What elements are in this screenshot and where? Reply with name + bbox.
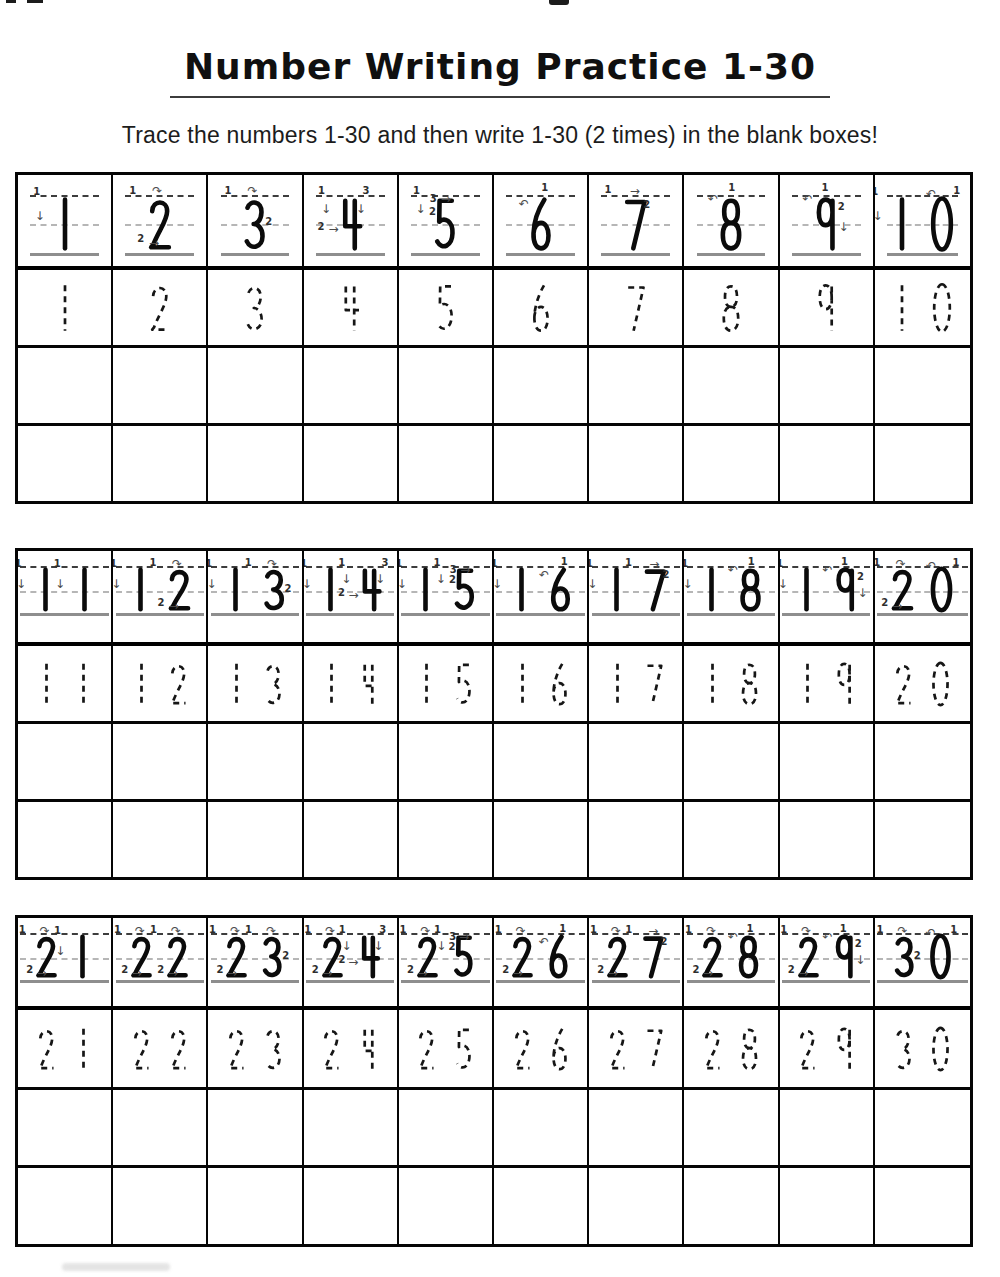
trace-cell-22 <box>113 1010 208 1090</box>
trace-number-30 <box>875 1010 970 1087</box>
digit-1-solid: 1↓ <box>124 566 157 613</box>
example-number-20: 1↷2→1↶ <box>875 566 970 613</box>
stroke-number-label: 2 <box>643 200 650 210</box>
stroke-number-label: 1 <box>304 559 308 569</box>
digit-2-trace <box>33 1025 60 1073</box>
example-cell-23: 1↷2→1↷2 <box>208 918 303 1010</box>
blank-write-cell <box>494 802 589 877</box>
digit-1-trace <box>128 660 155 708</box>
digit-2-solid: 1↷2→ <box>507 933 538 980</box>
blank-write-cell <box>494 724 589 802</box>
guide-baseline <box>687 613 776 616</box>
trace-cell-2 <box>113 270 208 348</box>
stroke-arrow-icon: ↷ <box>135 925 145 937</box>
trace-cell-27 <box>589 1010 684 1090</box>
blank-write-cell <box>589 802 684 877</box>
guide-baseline <box>306 980 395 983</box>
stroke-number-label: 1 <box>841 557 848 567</box>
digit-1-trace <box>413 660 440 708</box>
digit-7-solid: 1→2 <box>639 566 672 613</box>
stroke-arrow-icon: ↓ <box>35 210 45 222</box>
stroke-arrow-icon: ↓ <box>838 221 848 233</box>
stroke-number-label: 1 <box>840 924 847 934</box>
example-number-16: 1↓1↶ <box>494 566 587 613</box>
stroke-number-label: 1 <box>208 559 212 569</box>
stroke-number-label: 1 <box>245 925 252 935</box>
stroke-number-label: 1 <box>589 559 593 569</box>
example-cell-15: 1↓1↓3→2 <box>399 551 494 646</box>
digit-3-solid: 1↷2 <box>238 195 272 253</box>
digit-2-trace <box>223 1025 250 1073</box>
stroke-arrow-icon: → <box>459 931 469 943</box>
trace-number-28 <box>684 1010 777 1087</box>
stroke-number-label: 1 <box>399 559 403 569</box>
trace-cell-16 <box>494 646 589 724</box>
trace-number-19 <box>780 646 873 721</box>
digit-2-solid: 1↷2→ <box>793 933 824 980</box>
guide-baseline <box>316 253 385 256</box>
blank-write-cell <box>399 1090 494 1168</box>
example-cell-3: 1↷2 <box>208 175 303 270</box>
stroke-number-label: 1 <box>18 559 22 569</box>
trace-cell-11 <box>18 646 113 724</box>
guide-baseline <box>401 980 490 983</box>
stroke-arrow-icon: ↶ <box>926 927 936 939</box>
stroke-number-label: 1 <box>150 925 157 935</box>
stroke-number-label: 1 <box>877 925 884 935</box>
digit-4-solid: 1↓3↓2→ <box>353 933 384 980</box>
stroke-number-label: 1 <box>339 925 346 935</box>
blank-write-cell <box>589 426 684 501</box>
trace-number-27 <box>589 1010 682 1087</box>
digit-3-trace <box>260 1025 287 1073</box>
blank-write-cell <box>684 1168 779 1244</box>
guide-baseline <box>592 980 681 983</box>
stroke-number-label: 2 <box>693 965 700 975</box>
trace-number-8 <box>684 270 777 345</box>
stroke-number-label: 1 <box>950 925 957 935</box>
stroke-number-label: 2 <box>137 234 144 244</box>
stroke-arrow-icon: ↶ <box>926 188 936 200</box>
guide-baseline <box>506 253 575 256</box>
stroke-number-label: 1 <box>413 186 420 196</box>
stroke-arrow-icon: ↓ <box>18 578 26 590</box>
trace-number-4 <box>304 270 397 345</box>
scan-smudge <box>62 1263 170 1271</box>
trace-cell-21 <box>18 1010 113 1090</box>
blank-write-cell <box>304 724 399 802</box>
digit-8-solid: 1↶ <box>714 195 748 253</box>
trace-number-29 <box>780 1010 873 1087</box>
stroke-number-label: 2 <box>914 951 921 961</box>
stroke-number-label: 1 <box>245 558 252 568</box>
stroke-arrow-icon: ↷ <box>40 925 50 937</box>
digit-3-solid: 1↷2 <box>257 933 288 980</box>
digit-5-trace <box>430 281 460 335</box>
stroke-arrow-icon: → <box>441 193 451 205</box>
stroke-arrow-icon: ↷ <box>267 558 277 570</box>
blank-write-cell <box>875 802 970 877</box>
stroke-arrow-icon: ↓ <box>780 578 788 590</box>
stroke-number-label: 1 <box>953 186 960 196</box>
blank-write-cell <box>18 426 113 501</box>
blank-write-cell <box>780 724 875 802</box>
digit-8-trace <box>716 281 746 335</box>
stroke-number-label: 2 <box>265 217 272 227</box>
example-number-4: 1↓3↓2→ <box>304 195 397 253</box>
trace-number-13 <box>208 646 301 721</box>
example-number-25: 1↷2→1↓3→2 <box>399 933 492 980</box>
stroke-arrow-icon: ↓ <box>321 203 331 215</box>
example-cell-30: 1↷21↶ <box>875 918 970 1010</box>
stroke-arrow-icon: ↶ <box>708 193 718 205</box>
stroke-number-label: 1 <box>685 925 692 935</box>
example-number-21: 1↷2→1↓ <box>18 933 111 980</box>
trace-number-6 <box>494 270 587 345</box>
blank-write-cell <box>399 348 494 426</box>
trace-cell-7 <box>589 270 684 348</box>
digit-3-solid: 1↷2 <box>889 933 920 980</box>
digit-8-trace <box>736 660 763 708</box>
blank-write-cell <box>780 426 875 501</box>
stroke-arrow-icon: ↶ <box>823 564 833 576</box>
trace-number-15 <box>399 646 492 721</box>
blank-write-cell <box>113 348 208 426</box>
trace-number-14 <box>304 646 397 721</box>
stroke-arrow-icon: ↓ <box>356 203 366 215</box>
stroke-number-label: 1 <box>559 924 566 934</box>
stroke-arrow-icon: ↓ <box>494 578 502 590</box>
guide-baseline <box>601 253 670 256</box>
blank-write-cell <box>399 1168 494 1244</box>
example-cell-6: 1↶ <box>494 175 589 270</box>
stroke-number-label: 2 <box>407 965 414 975</box>
stroke-number-label: 1 <box>494 559 498 569</box>
digit-6-solid: 1↶ <box>543 933 574 980</box>
blank-write-cell <box>684 426 779 501</box>
stroke-arrow-icon: ↓ <box>684 578 692 590</box>
digit-7-solid: 1→2 <box>619 195 653 253</box>
example-number-8: 1↶ <box>684 195 777 253</box>
example-number-3: 1↷2 <box>208 195 301 253</box>
stroke-number-label: 1 <box>952 558 959 568</box>
guide-baseline <box>496 613 585 616</box>
example-number-24: 1↷2→1↓3↓2→ <box>304 933 397 980</box>
digit-7-trace <box>621 281 651 335</box>
guide-baseline <box>592 613 681 616</box>
guide-baseline <box>687 980 776 983</box>
blank-write-cell <box>875 1090 970 1168</box>
trace-number-2 <box>113 270 206 345</box>
stroke-number-label: 1 <box>605 185 612 195</box>
digit-2-trace <box>509 1025 536 1073</box>
guide-baseline <box>211 613 300 616</box>
digit-5-trace <box>450 1025 477 1073</box>
stroke-arrow-icon: ↷ <box>152 185 162 197</box>
stroke-number-label: 1 <box>54 559 61 569</box>
trace-number-25 <box>399 1010 492 1087</box>
digit-1-trace <box>70 1025 97 1073</box>
stroke-number-label: 1 <box>875 558 880 568</box>
digit-8-trace <box>736 1025 763 1073</box>
stroke-arrow-icon: → <box>649 558 659 570</box>
stroke-number-label: 2 <box>312 965 319 975</box>
trace-number-17 <box>589 646 682 721</box>
guide-baseline <box>211 980 300 983</box>
digit-3-trace <box>890 1025 917 1073</box>
blank-write-cell <box>780 1090 875 1168</box>
guide-baseline <box>20 613 109 616</box>
example-number-18: 1↓1↶ <box>684 566 777 613</box>
stroke-number-label: 1 <box>113 559 117 569</box>
stroke-arrow-icon: ↓ <box>373 940 383 952</box>
stroke-arrow-icon: ↷ <box>421 925 431 937</box>
stroke-number-label: 3 <box>379 925 386 935</box>
example-cell-1: 1↓ <box>18 175 113 270</box>
guide-baseline <box>496 980 585 983</box>
stroke-arrow-icon: → <box>417 967 427 979</box>
guide-baseline <box>116 980 205 983</box>
example-number-13: 1↓1↷2 <box>208 566 301 613</box>
stroke-number-label: 2 <box>121 965 128 975</box>
stroke-number-label: 2 <box>429 207 436 217</box>
instructions-text: Trace the numbers 1-30 and then write 1-… <box>0 122 1000 149</box>
stroke-arrow-icon: → <box>149 237 159 249</box>
stroke-arrow-icon: ↓ <box>342 940 352 952</box>
blank-write-cell <box>304 348 399 426</box>
example-number-27: 1↷2→1→2 <box>589 933 682 980</box>
stroke-number-label: 1 <box>338 558 345 568</box>
guide-baseline <box>782 980 871 983</box>
blank-write-cell <box>589 724 684 802</box>
digit-9-trace <box>831 1025 858 1073</box>
digit-2-trace <box>794 1025 821 1073</box>
trace-cell-17 <box>589 646 684 724</box>
stroke-number-label: 1 <box>780 925 787 935</box>
stroke-arrow-icon: → <box>349 589 359 601</box>
digit-7-trace <box>641 1025 668 1073</box>
stroke-arrow-icon: ↓ <box>55 578 65 590</box>
blank-write-cell <box>208 724 303 802</box>
stroke-number-label: 1 <box>400 925 407 935</box>
digit-1-trace <box>70 660 97 708</box>
trace-number-23 <box>208 1010 301 1087</box>
blank-write-cell <box>780 348 875 426</box>
blank-write-cell <box>113 1090 208 1168</box>
digit-5-solid: 1↓3→2 <box>448 933 479 980</box>
digit-1-trace <box>699 660 726 708</box>
example-number-28: 1↷2→1↶ <box>684 933 777 980</box>
blank-write-cell <box>494 348 589 426</box>
blank-write-cell <box>113 802 208 877</box>
stroke-number-label: 3 <box>430 194 437 204</box>
stroke-arrow-icon: ↓ <box>375 573 385 585</box>
blank-write-cell <box>589 1168 684 1244</box>
digit-3-trace <box>260 660 287 708</box>
example-cell-27: 1↷2→1→2 <box>589 918 684 1010</box>
digit-1-trace <box>223 660 250 708</box>
digit-5-solid: 1↓3→2 <box>448 566 481 613</box>
example-cell-14: 1↓1↓3↓2→ <box>304 551 399 646</box>
digit-6-trace <box>546 660 573 708</box>
stroke-arrow-icon: ↶ <box>823 931 833 943</box>
blank-write-cell <box>589 348 684 426</box>
stroke-number-label: 1 <box>747 924 754 934</box>
stroke-arrow-icon: → <box>322 967 332 979</box>
stroke-number-label: 2 <box>449 942 456 952</box>
stroke-number-label: 2 <box>663 570 670 580</box>
stroke-arrow-icon: → <box>328 223 338 235</box>
digit-8-solid: 1↶ <box>734 566 767 613</box>
digit-2-solid: 1↷2→ <box>126 933 157 980</box>
blank-write-cell <box>18 1168 113 1244</box>
blank-write-cell <box>399 426 494 501</box>
digit-2-trace <box>318 1025 345 1073</box>
stroke-arrow-icon: → <box>132 967 142 979</box>
guide-baseline <box>411 253 480 256</box>
digit-7-trace <box>641 660 668 708</box>
guide-baseline <box>306 613 395 616</box>
stroke-number-label: 2 <box>855 939 862 949</box>
practice-grid-3: 1↷2→1↓1↷2→1↷2→1↷2→1↷21↷2→1↓3↓2→1↷2→1↓3→2… <box>15 915 973 1247</box>
stroke-number-label: 1 <box>150 558 157 568</box>
trace-number-20 <box>875 646 970 721</box>
digit-9-trace <box>811 281 841 335</box>
digit-0-solid: 1↶ <box>925 195 959 253</box>
example-cell-19: 1↓1↶2↓ <box>780 551 875 646</box>
blank-write-cell <box>113 426 208 501</box>
trace-cell-25 <box>399 1010 494 1090</box>
digit-1-trace <box>33 660 60 708</box>
example-cell-13: 1↓1↷2 <box>208 551 303 646</box>
digit-0-trace <box>927 1025 954 1073</box>
stroke-number-label: 2 <box>502 965 509 975</box>
stroke-arrow-icon: ↷ <box>898 925 908 937</box>
digit-9-solid: 1↶2↓ <box>829 566 862 613</box>
stroke-number-label: 1 <box>304 925 311 935</box>
trace-cell-4 <box>304 270 399 348</box>
example-number-10: 1↓1↶ <box>875 195 970 253</box>
digit-0-trace <box>927 281 957 335</box>
stroke-number-label: 1 <box>821 183 828 193</box>
stroke-number-label: 1 <box>209 925 216 935</box>
example-number-14: 1↓1↓3↓2→ <box>304 566 397 613</box>
blank-write-cell <box>208 1090 303 1168</box>
digit-4-trace <box>355 660 382 708</box>
page-title: Number Writing Practice 1-30 <box>170 46 830 98</box>
digit-9-trace <box>831 660 858 708</box>
stroke-arrow-icon: ↓ <box>113 578 121 590</box>
digit-2-solid: 1↷2→ <box>221 933 252 980</box>
scan-artifact <box>6 0 16 3</box>
digit-2-solid: 1↷2→ <box>697 933 728 980</box>
example-cell-2: 1↷2→ <box>113 175 208 270</box>
blank-write-cell <box>304 1168 399 1244</box>
practice-grid-2: 1↓1↓1↓1↷2→1↓1↷21↓1↓3↓2→1↓1↓3→21↓1↶1↓1→21… <box>15 548 973 880</box>
stroke-number-label: 1 <box>495 925 502 935</box>
stroke-arrow-icon: ↓ <box>399 578 407 590</box>
trace-cell-8 <box>684 270 779 348</box>
stroke-number-label: 1 <box>224 186 231 196</box>
blank-write-cell <box>875 426 970 501</box>
stroke-number-label: 2 <box>449 575 456 585</box>
stroke-arrow-icon: ↓ <box>855 954 865 966</box>
stroke-number-label: 1 <box>434 925 441 935</box>
stroke-arrow-icon: ↷ <box>801 925 811 937</box>
digit-4-trace <box>335 281 365 335</box>
stroke-arrow-icon: ↷ <box>172 558 182 570</box>
example-cell-12: 1↓1↷2→ <box>113 551 208 646</box>
trace-cell-10 <box>875 270 970 348</box>
digit-1-trace <box>50 281 80 335</box>
trace-cell-18 <box>684 646 779 724</box>
stroke-arrow-icon: ↶ <box>519 198 529 210</box>
example-cell-5: 1↓3→2 <box>399 175 494 270</box>
trace-cell-20 <box>875 646 970 724</box>
example-number-12: 1↓1↷2→ <box>113 566 206 613</box>
guide-baseline <box>877 980 967 983</box>
trace-cell-12 <box>113 646 208 724</box>
example-cell-11: 1↓1↓ <box>18 551 113 646</box>
blank-write-cell <box>875 724 970 802</box>
blank-write-cell <box>875 348 970 426</box>
digit-1-trace <box>887 281 917 335</box>
stroke-number-label: 2 <box>857 572 864 582</box>
blank-write-cell <box>780 1168 875 1244</box>
digit-1-solid: 1↓ <box>695 566 728 613</box>
stroke-number-label: 2 <box>282 951 289 961</box>
stroke-number-label: 1 <box>590 925 597 935</box>
example-number-15: 1↓1↓3→2 <box>399 566 492 613</box>
digit-1-trace <box>794 660 821 708</box>
trace-cell-30 <box>875 1010 970 1090</box>
trace-cell-15 <box>399 646 494 724</box>
digit-1-solid: 1↓ <box>600 566 633 613</box>
guide-baseline <box>20 980 109 983</box>
stroke-arrow-icon: ↷ <box>611 925 621 937</box>
guide-baseline <box>697 253 766 256</box>
example-cell-29: 1↷2→1↶2↓ <box>780 918 875 1010</box>
trace-cell-5 <box>399 270 494 348</box>
stroke-number-label: 2 <box>788 965 795 975</box>
trace-number-3 <box>208 270 301 345</box>
blank-write-cell <box>304 426 399 501</box>
digit-6-solid: 1↶ <box>524 195 558 253</box>
digit-9-solid: 1↶2↓ <box>829 933 860 980</box>
example-cell-4: 1↓3↓2→ <box>304 175 399 270</box>
stroke-number-label: 1 <box>19 925 26 935</box>
guide-baseline <box>221 253 290 256</box>
digit-2-solid: 1↷2→ <box>162 933 193 980</box>
blank-write-cell <box>208 348 303 426</box>
digit-5-trace <box>450 660 477 708</box>
stroke-number-label: 1 <box>33 187 40 197</box>
example-cell-26: 1↷2→1↶ <box>494 918 589 1010</box>
stroke-arrow-icon: ↓ <box>304 578 312 590</box>
stroke-arrow-icon: ↓ <box>858 587 868 599</box>
stroke-number-label: 1 <box>114 925 121 935</box>
example-number-11: 1↓1↓ <box>18 566 111 613</box>
stroke-arrow-icon: → <box>648 925 658 937</box>
stroke-number-label: 1 <box>684 559 688 569</box>
guide-baseline <box>782 613 871 616</box>
example-number-7: 1→2 <box>589 195 682 253</box>
trace-number-16 <box>494 646 587 721</box>
stroke-arrow-icon: ↓ <box>436 573 446 585</box>
digit-5-solid: 1↓3→2 <box>428 195 462 253</box>
digit-4-solid: 1↓3↓2→ <box>353 566 386 613</box>
example-number-6: 1↶ <box>494 195 587 253</box>
